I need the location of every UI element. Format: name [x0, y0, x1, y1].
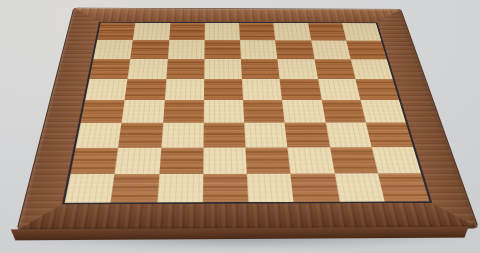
board-square-dark [241, 59, 280, 79]
board-square-light [244, 123, 287, 147]
board-square-dark [378, 173, 430, 201]
board-square-dark [111, 174, 159, 203]
board-square-dark [291, 173, 340, 202]
board-square-dark [314, 59, 355, 79]
board-square-dark [70, 147, 118, 174]
board-square-dark [159, 147, 203, 174]
board-square-light [277, 59, 317, 79]
board-square-light [93, 40, 133, 59]
chess-board [16, 8, 479, 231]
board-square-dark [330, 147, 378, 173]
board-square-dark [89, 59, 130, 79]
board-square-light [282, 100, 325, 123]
board-square-light [85, 79, 128, 100]
board-square-light [311, 41, 351, 60]
board-square-light [164, 79, 204, 100]
board-square-dark [321, 100, 365, 123]
board-square-light [342, 23, 381, 40]
board-frame-bottom [18, 201, 478, 230]
board-square-light [157, 174, 203, 203]
board-square-light [360, 100, 406, 123]
board-square-light [204, 23, 240, 41]
board-square-dark [285, 123, 330, 147]
board-square-dark [245, 147, 290, 173]
board-square-dark [97, 23, 135, 41]
board-square-light [242, 79, 282, 100]
board-square-dark [366, 123, 414, 147]
board-square-dark [203, 123, 245, 148]
board-square-dark [118, 123, 162, 148]
board-square-dark [280, 79, 321, 100]
board-square-light [371, 147, 421, 173]
board-square-dark [125, 79, 166, 100]
board-square-dark [203, 174, 249, 203]
board-square-dark [166, 59, 204, 79]
board-square-light [273, 23, 310, 40]
board-square-dark [130, 40, 168, 59]
board-grid [65, 23, 430, 203]
board-square-dark [204, 40, 241, 59]
board-square-dark [308, 23, 346, 40]
board-square-light [247, 173, 294, 202]
board-square-light [350, 59, 392, 79]
board-square-dark [346, 41, 387, 60]
board-square-dark [243, 100, 285, 123]
board-square-light [317, 79, 360, 100]
board-square-light [161, 123, 204, 148]
board-square-light [325, 123, 371, 147]
board-square-light [167, 40, 204, 59]
board-square-light [128, 59, 168, 79]
board-square-dark [163, 100, 204, 123]
board-square-light [203, 100, 244, 123]
board-square-light [204, 59, 242, 79]
board-square-light [240, 40, 278, 59]
photo-background [0, 0, 480, 253]
board-square-light [133, 23, 170, 41]
board-square-light [122, 100, 165, 123]
board-square-light [115, 147, 161, 174]
board-square-dark [355, 79, 399, 100]
board-square-light [65, 174, 115, 203]
board-square-dark [204, 79, 243, 100]
board-square-light [76, 123, 122, 148]
board-square-dark [275, 40, 314, 59]
board-square-light [203, 147, 247, 173]
board-square-light [334, 173, 384, 202]
board-square-dark [239, 23, 275, 41]
board-square-dark [169, 23, 205, 41]
board-square-light [288, 147, 335, 173]
board-square-dark [81, 100, 125, 123]
